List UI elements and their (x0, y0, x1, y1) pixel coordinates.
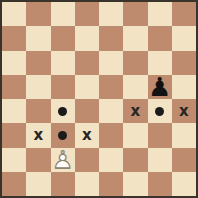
square-g4[interactable] (148, 99, 172, 123)
square-g7[interactable] (148, 26, 172, 50)
square-h4[interactable]: x (172, 99, 196, 123)
square-d6[interactable] (75, 51, 99, 75)
move-dot-c4[interactable] (58, 107, 67, 116)
square-e5[interactable] (99, 75, 123, 99)
square-d2[interactable] (75, 148, 99, 172)
square-b3[interactable]: x (26, 123, 50, 147)
square-h2[interactable] (172, 148, 196, 172)
square-a2[interactable] (2, 148, 26, 172)
square-a4[interactable] (2, 99, 26, 123)
square-h6[interactable] (172, 51, 196, 75)
capture-mark-f4[interactable]: x (131, 104, 141, 119)
chess-board: ♟xxxx♟♙ (2, 2, 196, 196)
square-a6[interactable] (2, 51, 26, 75)
square-b2[interactable] (26, 148, 50, 172)
move-dot-g4[interactable] (155, 107, 164, 116)
square-f6[interactable] (123, 51, 147, 75)
square-a5[interactable] (2, 75, 26, 99)
square-c8[interactable] (51, 2, 75, 26)
square-a8[interactable] (2, 2, 26, 26)
square-d5[interactable] (75, 75, 99, 99)
square-b8[interactable] (26, 2, 50, 26)
square-e1[interactable] (99, 172, 123, 196)
square-b5[interactable] (26, 75, 50, 99)
square-e7[interactable] (99, 26, 123, 50)
square-c1[interactable] (51, 172, 75, 196)
black-pawn-glyph: ♟ (148, 75, 172, 99)
square-b7[interactable] (26, 26, 50, 50)
square-f1[interactable] (123, 172, 147, 196)
square-h1[interactable] (172, 172, 196, 196)
square-c7[interactable] (51, 26, 75, 50)
square-c4[interactable] (51, 99, 75, 123)
white-pawn-outline: ♙ (51, 148, 75, 172)
square-a3[interactable] (2, 123, 26, 147)
square-f7[interactable] (123, 26, 147, 50)
square-g2[interactable] (148, 148, 172, 172)
square-a7[interactable] (2, 26, 26, 50)
move-dot-c3[interactable] (58, 131, 67, 140)
square-e6[interactable] (99, 51, 123, 75)
square-f8[interactable] (123, 2, 147, 26)
square-h5[interactable] (172, 75, 196, 99)
square-f4[interactable]: x (123, 99, 147, 123)
white-pawn[interactable]: ♟♙ (51, 148, 75, 172)
capture-mark-d3[interactable]: x (82, 128, 92, 143)
square-e8[interactable] (99, 2, 123, 26)
square-g5[interactable]: ♟ (148, 75, 172, 99)
square-h7[interactable] (172, 26, 196, 50)
square-h8[interactable] (172, 2, 196, 26)
square-e3[interactable] (99, 123, 123, 147)
square-b1[interactable] (26, 172, 50, 196)
square-f3[interactable] (123, 123, 147, 147)
square-h3[interactable] (172, 123, 196, 147)
square-c3[interactable] (51, 123, 75, 147)
square-e2[interactable] (99, 148, 123, 172)
square-g8[interactable] (148, 2, 172, 26)
square-d8[interactable] (75, 2, 99, 26)
square-e4[interactable] (99, 99, 123, 123)
square-d1[interactable] (75, 172, 99, 196)
square-g1[interactable] (148, 172, 172, 196)
square-b4[interactable] (26, 99, 50, 123)
square-c6[interactable] (51, 51, 75, 75)
square-f2[interactable] (123, 148, 147, 172)
square-d4[interactable] (75, 99, 99, 123)
square-c2[interactable]: ♟♙ (51, 148, 75, 172)
square-d3[interactable]: x (75, 123, 99, 147)
capture-mark-b3[interactable]: x (34, 128, 44, 143)
capture-mark-h4[interactable]: x (179, 104, 189, 119)
square-d7[interactable] (75, 26, 99, 50)
square-f5[interactable] (123, 75, 147, 99)
square-a1[interactable] (2, 172, 26, 196)
square-g3[interactable] (148, 123, 172, 147)
square-b6[interactable] (26, 51, 50, 75)
chess-board-frame: ♟xxxx♟♙ (0, 0, 198, 198)
square-c5[interactable] (51, 75, 75, 99)
black-pawn[interactable]: ♟ (148, 75, 172, 99)
